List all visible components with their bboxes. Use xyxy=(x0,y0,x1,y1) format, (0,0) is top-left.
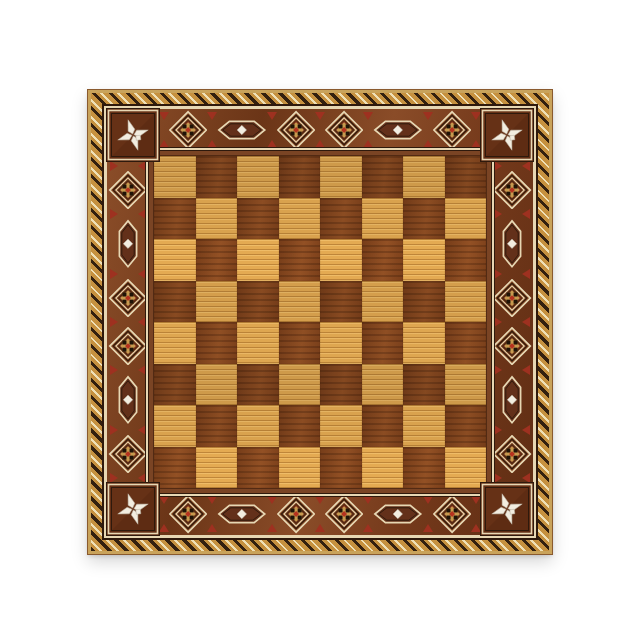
red-triangle-icon xyxy=(522,269,530,279)
red-triangle-icon xyxy=(267,140,277,148)
red-triangle-icon xyxy=(363,112,373,120)
square-e8[interactable] xyxy=(320,156,362,198)
red-triangle-connector xyxy=(107,209,149,219)
square-h7[interactable] xyxy=(445,198,487,240)
red-triangle-icon xyxy=(363,140,373,148)
square-b1[interactable] xyxy=(196,447,238,489)
square-g4[interactable] xyxy=(403,322,445,364)
red-triangle-icon xyxy=(159,496,169,504)
red-triangle-icon xyxy=(138,209,146,219)
square-c4[interactable] xyxy=(237,322,279,364)
square-g6[interactable] xyxy=(403,239,445,281)
red-triangle-icon xyxy=(267,496,277,504)
square-d6[interactable] xyxy=(279,239,321,281)
red-triangle-connector xyxy=(491,269,533,279)
red-triangle-connector xyxy=(315,109,325,151)
red-triangle-icon xyxy=(110,269,118,279)
red-triangle-icon xyxy=(494,365,502,375)
square-d5[interactable] xyxy=(279,281,321,323)
red-triangle-icon xyxy=(522,161,530,171)
marquise-pearl-motif xyxy=(117,219,139,269)
square-f3[interactable] xyxy=(362,364,404,406)
red-triangle-connector xyxy=(491,317,533,327)
square-a3[interactable] xyxy=(154,364,196,406)
square-b3[interactable] xyxy=(196,364,238,406)
red-triangle-icon xyxy=(110,425,118,435)
flower-diamond-motif xyxy=(325,110,363,150)
red-triangle-icon xyxy=(471,140,481,148)
square-g5[interactable] xyxy=(403,281,445,323)
square-c2[interactable] xyxy=(237,405,279,447)
pearl-pinwheel-star-icon xyxy=(481,483,533,535)
red-triangle-connector xyxy=(491,365,533,375)
square-d2[interactable] xyxy=(279,405,321,447)
red-triangle-connector xyxy=(471,109,481,151)
square-e4[interactable] xyxy=(320,322,362,364)
square-d4[interactable] xyxy=(279,322,321,364)
flower-diamond-motif xyxy=(108,435,148,473)
red-triangle-connector xyxy=(363,109,373,151)
red-triangle-icon xyxy=(315,140,325,148)
board-grid xyxy=(154,156,486,488)
red-triangle-connector xyxy=(491,425,533,435)
flower-diamond-motif xyxy=(492,435,532,473)
square-f8[interactable] xyxy=(362,156,404,198)
chess-board xyxy=(88,90,552,554)
red-triangle-icon xyxy=(315,524,325,532)
flower-diamond-motif xyxy=(277,110,315,150)
square-d7[interactable] xyxy=(279,198,321,240)
red-triangle-connector xyxy=(107,317,149,327)
red-triangle-icon xyxy=(138,317,146,327)
red-triangle-connector xyxy=(207,493,217,535)
square-f2[interactable] xyxy=(362,405,404,447)
red-triangle-icon xyxy=(207,112,217,120)
red-triangle-icon xyxy=(494,269,502,279)
square-c7[interactable] xyxy=(237,198,279,240)
marquise-pearl-motif xyxy=(217,503,267,525)
square-b2[interactable] xyxy=(196,405,238,447)
flower-diamond-motif xyxy=(169,494,207,534)
square-a5[interactable] xyxy=(154,281,196,323)
square-a8[interactable] xyxy=(154,156,196,198)
red-triangle-icon xyxy=(522,425,530,435)
red-triangle-icon xyxy=(110,473,118,483)
red-triangle-connector xyxy=(267,109,277,151)
square-b4[interactable] xyxy=(196,322,238,364)
red-triangle-icon xyxy=(494,209,502,219)
flower-diamond-motif xyxy=(169,110,207,150)
red-triangle-icon xyxy=(207,140,217,148)
red-triangle-icon xyxy=(494,161,502,171)
red-triangle-icon xyxy=(267,524,277,532)
red-triangle-connector xyxy=(423,493,433,535)
pearl-pinwheel-star-icon xyxy=(481,109,533,161)
board-inner xyxy=(149,151,491,493)
red-triangle-icon xyxy=(138,365,146,375)
red-triangle-icon xyxy=(110,365,118,375)
square-h2[interactable] xyxy=(445,405,487,447)
square-f4[interactable] xyxy=(362,322,404,364)
red-triangle-icon xyxy=(138,473,146,483)
square-g3[interactable] xyxy=(403,364,445,406)
square-d1[interactable] xyxy=(279,447,321,489)
square-a2[interactable] xyxy=(154,405,196,447)
square-e7[interactable] xyxy=(320,198,362,240)
square-h3[interactable] xyxy=(445,364,487,406)
red-triangle-icon xyxy=(363,524,373,532)
red-triangle-icon xyxy=(315,496,325,504)
square-e2[interactable] xyxy=(320,405,362,447)
photo-background xyxy=(0,0,640,640)
square-d8[interactable] xyxy=(279,156,321,198)
square-a6[interactable] xyxy=(154,239,196,281)
marquise-pearl-motif xyxy=(117,375,139,425)
flower-diamond-motif xyxy=(108,279,148,317)
red-triangle-icon xyxy=(159,112,169,120)
red-triangle-connector xyxy=(207,109,217,151)
red-triangle-icon xyxy=(110,161,118,171)
marquise-pearl-motif xyxy=(217,119,267,141)
square-g1[interactable] xyxy=(403,447,445,489)
ornament-side-bottom xyxy=(159,493,481,535)
square-c8[interactable] xyxy=(237,156,279,198)
red-triangle-icon xyxy=(138,269,146,279)
ornament-band xyxy=(107,109,533,535)
red-triangle-icon xyxy=(207,496,217,504)
red-triangle-icon xyxy=(363,496,373,504)
square-h6[interactable] xyxy=(445,239,487,281)
ornament-side-top xyxy=(159,109,481,151)
red-triangle-icon xyxy=(138,425,146,435)
red-triangle-icon xyxy=(110,209,118,219)
flower-diamond-motif xyxy=(277,494,315,534)
red-triangle-connector xyxy=(107,365,149,375)
ornament-side-right xyxy=(491,161,533,483)
red-triangle-icon xyxy=(423,112,433,120)
square-g7[interactable] xyxy=(403,198,445,240)
red-triangle-connector xyxy=(107,269,149,279)
ornament-side-left xyxy=(107,161,149,483)
flower-diamond-motif xyxy=(433,494,471,534)
square-e1[interactable] xyxy=(320,447,362,489)
red-triangle-connector xyxy=(491,209,533,219)
marquise-pearl-motif xyxy=(501,219,523,269)
square-f5[interactable] xyxy=(362,281,404,323)
marquise-pearl-motif xyxy=(501,375,523,425)
red-triangle-icon xyxy=(522,209,530,219)
corner-star-top-right xyxy=(481,109,533,161)
flower-diamond-motif xyxy=(492,171,532,209)
red-triangle-connector xyxy=(159,109,169,151)
red-triangle-icon xyxy=(110,317,118,327)
flower-diamond-motif xyxy=(492,279,532,317)
square-a7[interactable] xyxy=(154,198,196,240)
corner-star-bottom-right xyxy=(481,483,533,535)
square-a4[interactable] xyxy=(154,322,196,364)
square-h8[interactable] xyxy=(445,156,487,198)
square-c1[interactable] xyxy=(237,447,279,489)
red-triangle-icon xyxy=(315,112,325,120)
square-e3[interactable] xyxy=(320,364,362,406)
red-triangle-connector xyxy=(159,493,169,535)
red-triangle-connector xyxy=(363,493,373,535)
red-triangle-icon xyxy=(423,140,433,148)
square-b8[interactable] xyxy=(196,156,238,198)
red-triangle-connector xyxy=(491,473,533,483)
square-c6[interactable] xyxy=(237,239,279,281)
square-b5[interactable] xyxy=(196,281,238,323)
red-triangle-icon xyxy=(159,524,169,532)
red-triangle-connector xyxy=(423,109,433,151)
red-triangle-connector xyxy=(267,493,277,535)
flower-diamond-motif xyxy=(325,494,363,534)
red-triangle-icon xyxy=(522,473,530,483)
red-triangle-icon xyxy=(494,473,502,483)
red-triangle-connector xyxy=(107,425,149,435)
pearl-pinwheel-star-icon xyxy=(107,483,159,535)
square-c3[interactable] xyxy=(237,364,279,406)
red-triangle-connector xyxy=(471,493,481,535)
square-h1[interactable] xyxy=(445,447,487,489)
red-triangle-icon xyxy=(207,524,217,532)
red-triangle-icon xyxy=(494,425,502,435)
flower-diamond-motif xyxy=(108,171,148,209)
square-g2[interactable] xyxy=(403,405,445,447)
flower-diamond-motif xyxy=(108,327,148,365)
marquise-pearl-motif xyxy=(373,119,423,141)
red-triangle-icon xyxy=(471,524,481,532)
square-a1[interactable] xyxy=(154,447,196,489)
red-triangle-connector xyxy=(491,161,533,171)
red-triangle-icon xyxy=(138,161,146,171)
square-d3[interactable] xyxy=(279,364,321,406)
red-triangle-connector xyxy=(107,161,149,171)
square-f7[interactable] xyxy=(362,198,404,240)
red-triangle-icon xyxy=(471,496,481,504)
red-triangle-icon xyxy=(423,524,433,532)
red-triangle-icon xyxy=(159,140,169,148)
corner-star-bottom-left xyxy=(107,483,159,535)
red-triangle-icon xyxy=(423,496,433,504)
square-b7[interactable] xyxy=(196,198,238,240)
red-triangle-icon xyxy=(471,112,481,120)
square-e6[interactable] xyxy=(320,239,362,281)
flower-diamond-motif xyxy=(433,110,471,150)
square-f1[interactable] xyxy=(362,447,404,489)
square-c5[interactable] xyxy=(237,281,279,323)
flower-diamond-motif xyxy=(492,327,532,365)
corner-star-top-left xyxy=(107,109,159,161)
square-f6[interactable] xyxy=(362,239,404,281)
marquise-pearl-motif xyxy=(373,503,423,525)
square-h4[interactable] xyxy=(445,322,487,364)
square-e5[interactable] xyxy=(320,281,362,323)
red-triangle-connector xyxy=(107,473,149,483)
square-g8[interactable] xyxy=(403,156,445,198)
square-b6[interactable] xyxy=(196,239,238,281)
red-triangle-connector xyxy=(315,493,325,535)
red-triangle-icon xyxy=(494,317,502,327)
square-h5[interactable] xyxy=(445,281,487,323)
pearl-pinwheel-star-icon xyxy=(107,109,159,161)
red-triangle-icon xyxy=(267,112,277,120)
red-triangle-icon xyxy=(522,317,530,327)
red-triangle-icon xyxy=(522,365,530,375)
